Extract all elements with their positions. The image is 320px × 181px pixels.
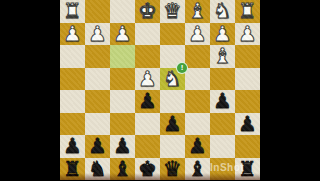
- square-e3[interactable]: [135, 45, 160, 68]
- black-pawn[interactable]: ♟: [213, 90, 232, 113]
- white-pawn[interactable]: ♟: [213, 23, 232, 46]
- square-b7[interactable]: [210, 135, 235, 158]
- square-h8[interactable]: ♜: [60, 158, 85, 181]
- square-g8[interactable]: ♞: [85, 158, 110, 181]
- square-g3[interactable]: [85, 45, 110, 68]
- square-c8[interactable]: ♝: [185, 158, 210, 181]
- square-d6[interactable]: ♟: [160, 113, 185, 136]
- square-a6[interactable]: ♟: [235, 113, 260, 136]
- square-c3[interactable]: [185, 45, 210, 68]
- move-quality-label: !: [181, 63, 184, 73]
- black-pawn[interactable]: ♟: [113, 135, 132, 158]
- square-e4[interactable]: ♟: [135, 68, 160, 91]
- square-b5[interactable]: ♟: [210, 90, 235, 113]
- square-d2[interactable]: [160, 23, 185, 46]
- chess-board: ♜♚♛♝♞♜♟♟♟♟♟♟♝♟♞♟♟♟♟♟♟♟♟♜♞♝♚♛♝♜: [60, 0, 260, 180]
- square-e6[interactable]: [135, 113, 160, 136]
- square-f8[interactable]: ♝: [110, 158, 135, 181]
- black-pawn[interactable]: ♟: [163, 113, 182, 136]
- square-h1[interactable]: ♜: [60, 0, 85, 23]
- white-pawn[interactable]: ♟: [63, 23, 82, 46]
- square-g4[interactable]: [85, 68, 110, 91]
- square-d5[interactable]: [160, 90, 185, 113]
- black-pawn[interactable]: ♟: [188, 135, 207, 158]
- move-quality-badge: !: [176, 62, 188, 74]
- black-pawn[interactable]: ♟: [63, 135, 82, 158]
- square-d8[interactable]: ♛: [160, 158, 185, 181]
- square-c5[interactable]: [185, 90, 210, 113]
- white-pawn[interactable]: ♟: [238, 23, 257, 46]
- square-c1[interactable]: ♝: [185, 0, 210, 23]
- black-bishop[interactable]: ♝: [113, 158, 132, 181]
- square-f2[interactable]: ♟: [110, 23, 135, 46]
- square-a1[interactable]: ♜: [235, 0, 260, 23]
- square-c2[interactable]: ♟: [185, 23, 210, 46]
- square-h4[interactable]: [60, 68, 85, 91]
- square-f4[interactable]: [110, 68, 135, 91]
- square-e7[interactable]: [135, 135, 160, 158]
- square-a7[interactable]: [235, 135, 260, 158]
- square-h2[interactable]: ♟: [60, 23, 85, 46]
- white-pawn[interactable]: ♟: [188, 23, 207, 46]
- white-king[interactable]: ♚: [138, 0, 157, 23]
- square-d1[interactable]: ♛: [160, 0, 185, 23]
- square-a3[interactable]: [235, 45, 260, 68]
- white-queen[interactable]: ♛: [163, 0, 182, 23]
- square-b6[interactable]: [210, 113, 235, 136]
- square-c7[interactable]: ♟: [185, 135, 210, 158]
- black-king[interactable]: ♚: [138, 158, 157, 181]
- square-b2[interactable]: ♟: [210, 23, 235, 46]
- black-queen[interactable]: ♛: [163, 158, 182, 181]
- white-rook[interactable]: ♜: [63, 0, 82, 23]
- square-h7[interactable]: ♟: [60, 135, 85, 158]
- black-pawn[interactable]: ♟: [238, 113, 257, 136]
- square-a2[interactable]: ♟: [235, 23, 260, 46]
- square-g7[interactable]: ♟: [85, 135, 110, 158]
- square-h3[interactable]: [60, 45, 85, 68]
- letterbox-left: [0, 0, 60, 180]
- inshot-watermark: InShot: [210, 162, 244, 173]
- square-f1[interactable]: [110, 0, 135, 23]
- square-a5[interactable]: [235, 90, 260, 113]
- black-rook[interactable]: ♜: [63, 158, 82, 181]
- square-f3[interactable]: [110, 45, 135, 68]
- square-f5[interactable]: [110, 90, 135, 113]
- square-g1[interactable]: [85, 0, 110, 23]
- white-bishop[interactable]: ♝: [188, 0, 207, 23]
- square-b3[interactable]: ♝: [210, 45, 235, 68]
- square-e2[interactable]: [135, 23, 160, 46]
- square-c6[interactable]: [185, 113, 210, 136]
- square-g6[interactable]: [85, 113, 110, 136]
- square-a4[interactable]: [235, 68, 260, 91]
- letterbox-right: [260, 0, 320, 180]
- square-g5[interactable]: [85, 90, 110, 113]
- square-h6[interactable]: [60, 113, 85, 136]
- square-b1[interactable]: ♞: [210, 0, 235, 23]
- white-pawn[interactable]: ♟: [88, 23, 107, 46]
- black-bishop[interactable]: ♝: [188, 158, 207, 181]
- square-e1[interactable]: ♚: [135, 0, 160, 23]
- square-f7[interactable]: ♟: [110, 135, 135, 158]
- black-knight[interactable]: ♞: [88, 158, 107, 181]
- square-g2[interactable]: ♟: [85, 23, 110, 46]
- white-rook[interactable]: ♜: [238, 0, 257, 23]
- black-pawn[interactable]: ♟: [88, 135, 107, 158]
- video-frame: ♜♚♛♝♞♜♟♟♟♟♟♟♝♟♞♟♟♟♟♟♟♟♟♜♞♝♚♛♝♜ ! InShot: [0, 0, 320, 180]
- white-pawn[interactable]: ♟: [138, 68, 157, 91]
- square-e8[interactable]: ♚: [135, 158, 160, 181]
- square-b4[interactable]: [210, 68, 235, 91]
- square-e5[interactable]: ♟: [135, 90, 160, 113]
- square-f6[interactable]: [110, 113, 135, 136]
- white-knight[interactable]: ♞: [213, 0, 232, 23]
- square-c4[interactable]: [185, 68, 210, 91]
- black-pawn[interactable]: ♟: [138, 90, 157, 113]
- white-pawn[interactable]: ♟: [113, 23, 132, 46]
- white-bishop[interactable]: ♝: [213, 45, 232, 68]
- square-h5[interactable]: [60, 90, 85, 113]
- square-d7[interactable]: [160, 135, 185, 158]
